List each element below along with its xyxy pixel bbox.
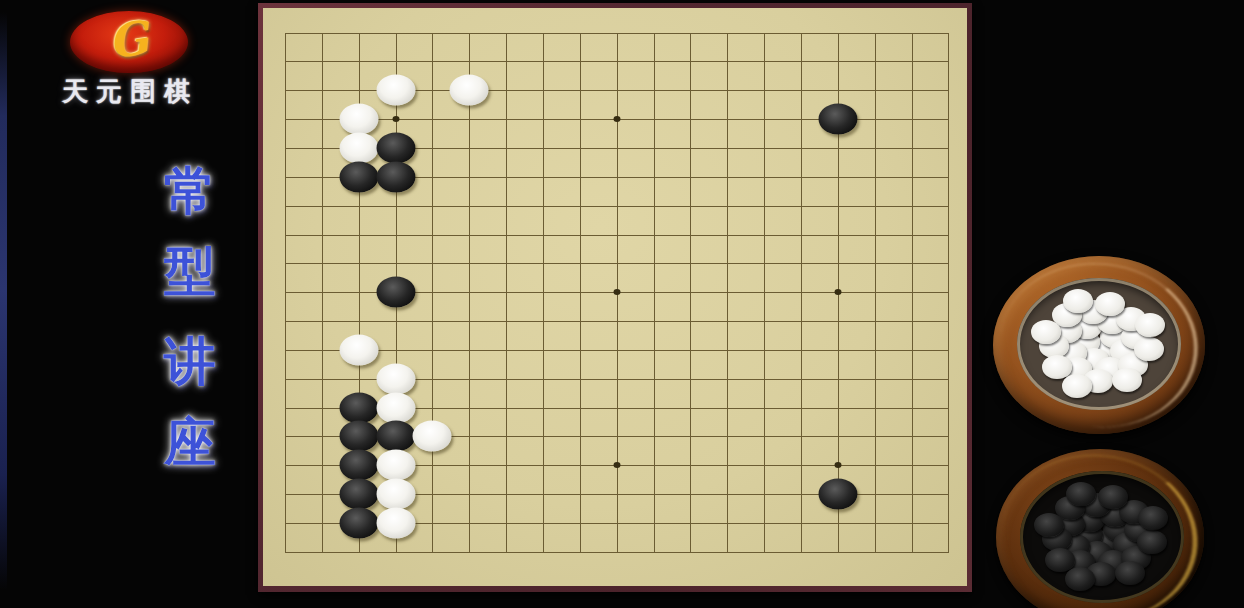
white-stone[interactable]: [376, 479, 415, 510]
black-stone[interactable]: [376, 132, 415, 163]
logo-g-swirl-icon: G: [106, 15, 151, 66]
black-bowl-stone: [1098, 485, 1128, 509]
grid-line-horizontal: [285, 552, 949, 553]
black-stone-bowl-stones: [1020, 471, 1184, 603]
grid-line-horizontal: [285, 350, 949, 351]
white-bowl-stone: [1134, 337, 1164, 361]
black-stone[interactable]: [376, 277, 415, 308]
white-stone-bowl-stones: [1017, 278, 1181, 410]
black-bowl-stone: [1137, 530, 1167, 554]
black-stone[interactable]: [339, 161, 378, 192]
black-bowl-stone: [1066, 482, 1096, 506]
black-bowl-stone: [1065, 567, 1095, 591]
star-point: [834, 289, 841, 295]
white-stone[interactable]: [339, 104, 378, 135]
grid-line-vertical: [690, 33, 691, 553]
grid-line-vertical: [912, 33, 913, 553]
star-point: [613, 462, 620, 468]
black-stone[interactable]: [339, 479, 378, 510]
star-point: [613, 116, 620, 122]
black-stone-bowl: [996, 449, 1204, 608]
black-bowl-stone: [1034, 513, 1064, 537]
grid-line-vertical: [948, 33, 949, 553]
grid-line-vertical: [764, 33, 765, 553]
white-bowl-stone: [1062, 374, 1092, 398]
star-point: [392, 116, 399, 122]
white-stone[interactable]: [376, 507, 415, 538]
black-stone[interactable]: [376, 421, 415, 452]
white-stone[interactable]: [413, 421, 452, 452]
black-stone[interactable]: [339, 392, 378, 423]
black-stone[interactable]: [818, 479, 857, 510]
black-bowl-stone: [1138, 506, 1168, 530]
white-bowl-stone: [1112, 368, 1142, 392]
tv-broadcast-frame: G 天元围棋 常 型 讲 座: [0, 0, 1244, 608]
white-bowl-stone: [1063, 289, 1093, 313]
program-title-char-1: 常: [160, 163, 220, 220]
black-stone[interactable]: [818, 104, 857, 135]
black-bowl-stone: [1115, 561, 1145, 585]
white-stone[interactable]: [376, 75, 415, 106]
white-bowl-stone: [1135, 313, 1165, 337]
program-title-char-2: 型: [160, 243, 220, 300]
channel-logo-icon: G: [70, 11, 188, 73]
black-stone[interactable]: [339, 507, 378, 538]
white-bowl-stone: [1031, 320, 1061, 344]
program-title-char-4: 座: [160, 414, 220, 471]
white-bowl-stone: [1095, 292, 1125, 316]
black-stone[interactable]: [339, 450, 378, 481]
grid-line-vertical: [654, 33, 655, 553]
grid-line-horizontal: [285, 321, 949, 322]
grid-line-vertical: [801, 33, 802, 553]
white-stone-bowl: [993, 256, 1205, 434]
white-stone[interactable]: [339, 334, 378, 365]
program-title-char-3: 讲: [160, 333, 220, 390]
star-point: [834, 462, 841, 468]
grid-line-vertical: [875, 33, 876, 553]
channel-logo-text: 天元围棋: [48, 74, 212, 109]
white-stone[interactable]: [376, 363, 415, 394]
screen-edge-strip: [0, 12, 7, 590]
white-stone[interactable]: [376, 392, 415, 423]
white-stone[interactable]: [450, 75, 489, 106]
black-stone[interactable]: [376, 161, 415, 192]
go-board: [258, 3, 972, 592]
black-stone[interactable]: [339, 421, 378, 452]
white-stone[interactable]: [339, 132, 378, 163]
grid-line-vertical: [727, 33, 728, 553]
white-stone[interactable]: [376, 450, 415, 481]
star-point: [613, 289, 620, 295]
